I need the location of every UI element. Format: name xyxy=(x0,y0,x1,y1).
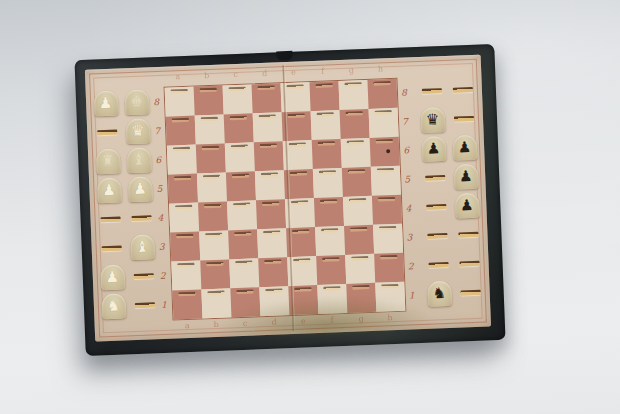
piece-slit xyxy=(176,234,194,239)
tray-slot[interactable]: ♟ xyxy=(124,174,156,204)
rank-label: 4 xyxy=(154,203,167,232)
file-label: c xyxy=(221,69,250,79)
piece-slit xyxy=(320,199,338,204)
square-a4[interactable] xyxy=(169,203,199,233)
piece-slit xyxy=(230,145,248,150)
square-h5[interactable] xyxy=(371,166,401,196)
piece-slit xyxy=(376,168,394,173)
king-glyph: ♚ xyxy=(130,95,144,111)
black-pawn-token[interactable]: ♟ xyxy=(454,193,479,219)
piece-slit xyxy=(236,289,254,294)
square-f1[interactable] xyxy=(317,284,347,314)
piece-slit xyxy=(377,197,395,202)
black-queen-token[interactable]: ♛ xyxy=(420,107,445,133)
piece-slit xyxy=(264,259,282,264)
file-label: f xyxy=(317,315,346,325)
square-g1[interactable] xyxy=(346,283,376,313)
black-knight-token[interactable]: ♞ xyxy=(427,281,452,307)
hinge-notch xyxy=(276,51,292,61)
piece-slit xyxy=(170,89,188,94)
empty-slot-slit xyxy=(134,302,154,308)
tray-slot[interactable]: ♚ xyxy=(121,87,153,117)
tray-slot[interactable]: ♛ xyxy=(122,116,154,146)
piece-slit xyxy=(375,139,393,144)
tray-slot[interactable]: ♝ xyxy=(123,145,155,175)
tray-slot[interactable] xyxy=(447,104,479,134)
piece-slit xyxy=(373,81,391,86)
piece-slit xyxy=(288,142,306,147)
piece-slit xyxy=(293,258,311,263)
bishop-glyph: ♝ xyxy=(132,153,146,169)
file-label: d xyxy=(250,68,279,78)
piece-slit xyxy=(257,85,275,90)
piece-slit xyxy=(175,205,193,210)
square-a6[interactable] xyxy=(167,145,197,175)
square-a1[interactable] xyxy=(172,289,202,319)
rank-label: 5 xyxy=(153,174,166,203)
empty-slot-slit xyxy=(131,215,151,221)
tray-slot[interactable]: ♞ xyxy=(423,279,455,309)
empty-slot-slit xyxy=(426,204,446,210)
square-g8[interactable] xyxy=(338,80,368,110)
rank-label: 7 xyxy=(399,106,412,135)
file-label: b xyxy=(202,319,231,329)
rank-label: 5 xyxy=(401,164,414,193)
white-bishop-token[interactable]: ♝ xyxy=(130,234,155,260)
square-c2[interactable] xyxy=(229,258,259,288)
piece-slit xyxy=(380,255,398,260)
white-queen-token[interactable]: ♛ xyxy=(125,118,150,144)
piece-slit xyxy=(351,256,369,261)
piece-slit xyxy=(262,201,280,206)
square-f3[interactable] xyxy=(315,226,345,256)
square-h8[interactable] xyxy=(367,79,397,109)
tray-slot[interactable] xyxy=(420,192,452,222)
empty-slot-slit xyxy=(425,175,445,181)
piece-slit xyxy=(207,291,225,296)
piece-slit xyxy=(233,203,251,208)
square-c5[interactable] xyxy=(226,171,256,201)
tray-slot[interactable] xyxy=(91,117,123,147)
tray-slot[interactable]: ♟ xyxy=(450,162,482,192)
file-label: a xyxy=(173,320,202,330)
square-c3[interactable] xyxy=(228,229,258,259)
empty-slot-slit xyxy=(101,246,121,252)
knight-glyph: ♞ xyxy=(106,299,120,315)
piece-slit xyxy=(316,112,334,117)
piece-slit xyxy=(228,87,246,92)
rank-label: 6 xyxy=(400,135,413,164)
piece-slit xyxy=(289,171,307,176)
piece-slit xyxy=(379,226,397,231)
piece-slit xyxy=(315,83,333,88)
stain-speck xyxy=(386,149,390,153)
file-label: a xyxy=(163,72,192,82)
piece-slit xyxy=(265,288,283,293)
square-a5[interactable] xyxy=(168,174,198,204)
tray-slot[interactable]: ♟ xyxy=(93,175,125,205)
empty-slot-slit xyxy=(97,130,117,136)
piece-slit xyxy=(235,260,253,265)
tray-left: ♟♚♛♜♝♟♟♝♟♞ xyxy=(90,87,161,321)
square-g7[interactable] xyxy=(340,109,370,139)
rank-label: 7 xyxy=(151,116,164,145)
rank-label: 6 xyxy=(152,145,165,174)
rank-label: 3 xyxy=(155,232,168,261)
square-a3[interactable] xyxy=(170,232,200,262)
piece-slit xyxy=(205,233,223,238)
square-g3[interactable] xyxy=(344,225,374,255)
tray-slot[interactable] xyxy=(421,221,453,251)
pawn-glyph: ♟ xyxy=(458,140,472,156)
folding-chess-set: ♟♚♛♜♝♟♟♝♟♞ 87654321 abcdefgh abcdefgh 87… xyxy=(74,44,505,356)
empty-slot-slit xyxy=(459,261,479,267)
square-d1[interactable] xyxy=(259,286,289,316)
piece-slit xyxy=(204,204,222,209)
square-d3[interactable] xyxy=(257,228,287,258)
piece-slit xyxy=(199,88,217,93)
pawn-glyph: ♟ xyxy=(460,198,474,214)
piece-slit xyxy=(174,176,192,181)
tray-slot[interactable] xyxy=(446,75,478,105)
pawn-glyph: ♟ xyxy=(133,181,147,197)
empty-slot-slit xyxy=(100,217,120,223)
piece-slit xyxy=(286,84,304,89)
square-d5[interactable] xyxy=(255,170,285,200)
piece-slit xyxy=(347,169,365,174)
pawn-glyph: ♟ xyxy=(99,96,113,112)
empty-slot-slit xyxy=(421,88,441,94)
piece-slit xyxy=(172,147,190,152)
rank-label: 1 xyxy=(157,290,170,319)
square-g5[interactable] xyxy=(342,167,372,197)
white-king-token[interactable]: ♚ xyxy=(124,89,149,115)
rank-label: 8 xyxy=(150,87,163,116)
empty-slot-slit xyxy=(453,116,473,122)
pawn-glyph: ♟ xyxy=(459,169,473,185)
tray-slot[interactable]: ♟ xyxy=(418,134,450,164)
square-d8[interactable] xyxy=(252,83,282,113)
square-b5[interactable] xyxy=(197,172,227,202)
black-pawn-token[interactable]: ♟ xyxy=(421,136,446,162)
square-g6[interactable] xyxy=(341,138,371,168)
square-a7[interactable] xyxy=(166,116,196,146)
square-c6[interactable] xyxy=(225,142,255,172)
square-b3[interactable] xyxy=(199,230,229,260)
square-c1[interactable] xyxy=(230,287,260,317)
square-d4[interactable] xyxy=(256,199,286,229)
square-f2[interactable] xyxy=(316,255,346,285)
piece-slit xyxy=(177,263,195,268)
square-f8[interactable] xyxy=(309,81,339,111)
white-pawn-token[interactable]: ♟ xyxy=(128,176,153,202)
empty-slot-slit xyxy=(427,233,447,239)
file-label: g xyxy=(346,314,375,324)
pawn-glyph: ♟ xyxy=(427,141,441,157)
piece-slit xyxy=(292,229,310,234)
square-d2[interactable] xyxy=(258,257,288,287)
tray-slot[interactable]: ♟ xyxy=(449,133,481,163)
tray-right: ♛♟♟♟♟♞ xyxy=(415,75,486,309)
piece-slit xyxy=(322,257,340,262)
tray-slot[interactable] xyxy=(94,204,126,234)
piece-slit xyxy=(229,116,247,121)
piece-slit xyxy=(345,111,363,116)
inner-page: ♟♚♛♜♝♟♟♝♟♞ 87654321 abcdefgh abcdefgh 87… xyxy=(85,55,491,342)
piece-slit xyxy=(291,200,309,205)
piece-slit xyxy=(234,231,252,236)
square-b6[interactable] xyxy=(196,143,226,173)
rook-glyph: ♜ xyxy=(101,154,115,170)
piece-slit xyxy=(381,284,399,289)
tray-slot[interactable] xyxy=(415,76,447,106)
piece-slit xyxy=(346,140,364,145)
square-f4[interactable] xyxy=(314,197,344,227)
tray-slot[interactable] xyxy=(127,261,159,291)
tray-slot[interactable] xyxy=(419,163,451,193)
rank-label: 8 xyxy=(397,77,410,106)
black-pawn-token[interactable]: ♟ xyxy=(453,164,478,190)
square-h1[interactable] xyxy=(375,282,405,312)
bishop-glyph: ♝ xyxy=(135,239,149,255)
tray-slot[interactable] xyxy=(453,249,485,279)
piece-slit xyxy=(317,141,335,146)
piece-slit xyxy=(352,285,370,290)
piece-slit xyxy=(258,114,276,119)
square-b8[interactable] xyxy=(194,86,224,116)
piece-slit xyxy=(203,175,221,180)
rank-label: 3 xyxy=(403,222,416,251)
file-label: d xyxy=(260,317,289,327)
pawn-glyph: ♟ xyxy=(102,183,116,199)
white-pawn-token[interactable]: ♟ xyxy=(100,264,125,290)
square-h6[interactable] xyxy=(370,137,400,167)
piece-slit xyxy=(206,262,224,267)
square-b4[interactable] xyxy=(198,201,228,231)
empty-slot-slit xyxy=(452,87,472,93)
tray-slot[interactable]: ♟ xyxy=(96,262,128,292)
rank-label: 1 xyxy=(405,280,418,309)
square-g4[interactable] xyxy=(343,196,373,226)
square-f7[interactable] xyxy=(311,110,341,140)
tray-slot[interactable]: ♟ xyxy=(90,88,122,118)
white-pawn-token[interactable]: ♟ xyxy=(97,177,122,203)
piece-slit xyxy=(294,287,312,292)
tray-slot[interactable] xyxy=(422,250,454,280)
tray-slot[interactable] xyxy=(95,233,127,263)
pawn-glyph: ♟ xyxy=(105,270,119,286)
piece-slit xyxy=(171,118,189,123)
piece-slit xyxy=(260,172,278,177)
piece-slit xyxy=(350,227,368,232)
queen-glyph: ♛ xyxy=(426,112,440,128)
file-label: f xyxy=(308,66,337,76)
tray-slot[interactable]: ♛ xyxy=(416,105,448,135)
white-rook-token[interactable]: ♜ xyxy=(95,149,120,175)
white-bishop-token[interactable]: ♝ xyxy=(126,147,151,173)
file-label: g xyxy=(337,65,366,75)
square-a2[interactable] xyxy=(171,260,201,290)
knight-glyph: ♞ xyxy=(432,286,446,302)
piece-slit xyxy=(374,110,392,115)
piece-slit xyxy=(231,174,249,179)
square-c7[interactable] xyxy=(224,113,254,143)
piece-slit xyxy=(321,228,339,233)
black-pawn-token[interactable]: ♟ xyxy=(452,135,477,161)
piece-slit xyxy=(201,146,219,151)
square-b1[interactable] xyxy=(201,288,231,318)
queen-glyph: ♛ xyxy=(131,124,145,140)
empty-slot-slit xyxy=(458,232,478,238)
square-f5[interactable] xyxy=(313,168,343,198)
white-pawn-token[interactable]: ♟ xyxy=(93,91,118,117)
square-b2[interactable] xyxy=(200,259,230,289)
square-f6[interactable] xyxy=(312,139,342,169)
file-label: h xyxy=(366,64,395,74)
square-d7[interactable] xyxy=(253,112,283,142)
piece-slit xyxy=(200,117,218,122)
tray-slot[interactable] xyxy=(454,278,486,308)
piece-slit xyxy=(323,286,341,291)
file-label: c xyxy=(231,318,260,328)
rank-label: 2 xyxy=(156,261,169,290)
rank-label: 4 xyxy=(402,193,415,222)
empty-slot-slit xyxy=(133,273,153,279)
piece-slit xyxy=(263,230,281,235)
square-h4[interactable] xyxy=(372,195,402,225)
square-b7[interactable] xyxy=(195,114,225,144)
piece-slit xyxy=(344,82,362,87)
rank-label: 2 xyxy=(404,251,417,280)
square-g2[interactable] xyxy=(345,254,375,284)
piece-slit xyxy=(259,143,277,148)
square-h3[interactable] xyxy=(373,224,403,254)
empty-slot-slit xyxy=(428,262,448,268)
tray-slot[interactable] xyxy=(128,290,160,320)
tray-slot[interactable]: ♝ xyxy=(126,232,158,262)
file-label: h xyxy=(375,313,404,323)
square-d6[interactable] xyxy=(254,141,284,171)
square-c8[interactable] xyxy=(223,84,253,114)
tray-slot[interactable]: ♟ xyxy=(451,191,483,221)
tray-slot[interactable]: ♞ xyxy=(97,291,129,321)
square-h2[interactable] xyxy=(374,253,404,283)
tray-slot[interactable] xyxy=(125,203,157,233)
piece-slit xyxy=(349,198,367,203)
square-a8[interactable] xyxy=(165,87,195,117)
square-h7[interactable] xyxy=(369,108,399,138)
square-c4[interactable] xyxy=(227,200,257,230)
white-knight-token[interactable]: ♞ xyxy=(101,293,126,319)
file-label: b xyxy=(192,71,221,81)
piece-slit xyxy=(178,292,196,297)
tray-slot[interactable] xyxy=(452,220,484,250)
piece-slit xyxy=(318,170,336,175)
tray-slot[interactable]: ♜ xyxy=(92,146,124,176)
piece-slit xyxy=(287,113,305,118)
empty-slot-slit xyxy=(460,290,480,296)
